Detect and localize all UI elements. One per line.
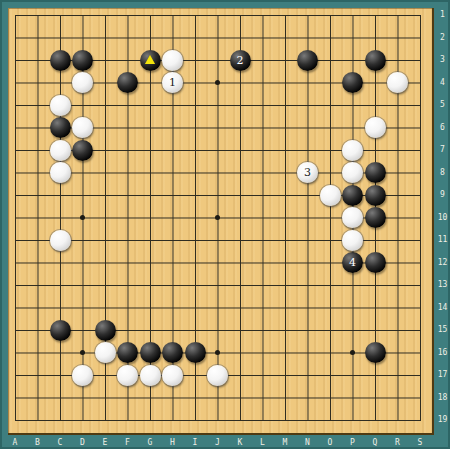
column-label-i: I	[186, 437, 204, 449]
row-label-16: 16	[436, 348, 449, 358]
column-label-e: E	[96, 437, 114, 449]
stone-black-q3	[365, 50, 386, 71]
row-label-15: 15	[436, 325, 449, 335]
move-number-label: 2	[237, 55, 244, 66]
column-label-q: Q	[366, 437, 384, 449]
stone-black-q10	[365, 207, 386, 228]
go-board-frame: 2413 12345678910111213141516171819 ABCDE…	[0, 0, 450, 449]
move-number-label: 4	[349, 257, 356, 268]
column-label-r: R	[389, 437, 407, 449]
go-board[interactable]: 2413	[8, 8, 434, 435]
row-label-3: 3	[436, 55, 449, 65]
intersections-grid: 2413	[4, 4, 432, 432]
stone-black-g16	[140, 342, 161, 363]
row-label-13: 13	[436, 280, 449, 290]
row-label-10: 10	[436, 213, 449, 223]
star-point-j16	[215, 350, 220, 355]
stone-white-n8: 3	[297, 162, 318, 183]
row-label-1: 1	[436, 10, 449, 20]
stone-black-d7	[72, 140, 93, 161]
row-label-7: 7	[436, 145, 449, 155]
star-point-j4	[215, 80, 220, 85]
stone-black-p9	[342, 185, 363, 206]
column-label-c: C	[51, 437, 69, 449]
row-label-12: 12	[436, 258, 449, 268]
stone-black-q8	[365, 162, 386, 183]
stone-white-c5	[50, 95, 71, 116]
stone-black-e15	[95, 320, 116, 341]
stone-black-d3	[72, 50, 93, 71]
stone-white-p10	[342, 207, 363, 228]
column-label-a: A	[6, 437, 24, 449]
stone-black-i16	[185, 342, 206, 363]
stone-black-p12: 4	[342, 252, 363, 273]
column-coordinate-labels: ABCDEFGHIJKLMNOPQRS	[8, 437, 434, 449]
stone-black-q9	[365, 185, 386, 206]
stone-black-c15	[50, 320, 71, 341]
column-label-n: N	[299, 437, 317, 449]
stone-black-n3	[297, 50, 318, 71]
star-point-d10	[80, 215, 85, 220]
stone-white-h17	[162, 365, 183, 386]
stone-white-h3	[162, 50, 183, 71]
stone-black-c3	[50, 50, 71, 71]
row-label-11: 11	[436, 235, 449, 245]
stone-white-p8	[342, 162, 363, 183]
move-number-label: 1	[169, 77, 176, 88]
row-label-6: 6	[436, 123, 449, 133]
column-label-j: J	[209, 437, 227, 449]
row-label-19: 19	[436, 415, 449, 425]
row-label-4: 4	[436, 78, 449, 88]
stone-black-p4	[342, 72, 363, 93]
row-label-17: 17	[436, 370, 449, 380]
row-coordinate-labels: 12345678910111213141516171819	[436, 8, 449, 435]
column-label-s: S	[411, 437, 429, 449]
star-point-j10	[215, 215, 220, 220]
stone-white-e16	[95, 342, 116, 363]
stone-black-c6	[50, 117, 71, 138]
column-label-o: O	[321, 437, 339, 449]
star-point-d16	[80, 350, 85, 355]
column-label-d: D	[74, 437, 92, 449]
stone-white-q6	[365, 117, 386, 138]
column-label-g: G	[141, 437, 159, 449]
row-label-5: 5	[436, 100, 449, 110]
row-label-18: 18	[436, 393, 449, 403]
column-label-m: M	[276, 437, 294, 449]
row-label-2: 2	[436, 33, 449, 43]
column-label-l: L	[254, 437, 272, 449]
stone-white-d6	[72, 117, 93, 138]
stone-white-r4	[387, 72, 408, 93]
stone-black-f4	[117, 72, 138, 93]
column-label-b: B	[29, 437, 47, 449]
stone-white-f17	[117, 365, 138, 386]
stone-white-p11	[342, 230, 363, 251]
stone-white-h4: 1	[162, 72, 183, 93]
stone-white-c8	[50, 162, 71, 183]
row-label-14: 14	[436, 303, 449, 313]
stone-black-h16	[162, 342, 183, 363]
stone-white-j17	[207, 365, 228, 386]
triangle-marker-icon	[145, 55, 155, 64]
column-label-h: H	[164, 437, 182, 449]
stone-black-q12	[365, 252, 386, 273]
column-label-k: K	[231, 437, 249, 449]
column-label-f: F	[119, 437, 137, 449]
stone-white-c7	[50, 140, 71, 161]
stone-white-d17	[72, 365, 93, 386]
column-label-p: P	[344, 437, 362, 449]
star-point-p16	[350, 350, 355, 355]
stone-black-k3: 2	[230, 50, 251, 71]
stone-white-c11	[50, 230, 71, 251]
stone-white-p7	[342, 140, 363, 161]
stone-white-g17	[140, 365, 161, 386]
row-label-8: 8	[436, 168, 449, 178]
stone-white-d4	[72, 72, 93, 93]
stone-white-o9	[320, 185, 341, 206]
stone-black-f16	[117, 342, 138, 363]
stone-black-g3	[140, 50, 161, 71]
row-label-9: 9	[436, 190, 449, 200]
stone-black-q16	[365, 342, 386, 363]
move-number-label: 3	[304, 167, 311, 178]
